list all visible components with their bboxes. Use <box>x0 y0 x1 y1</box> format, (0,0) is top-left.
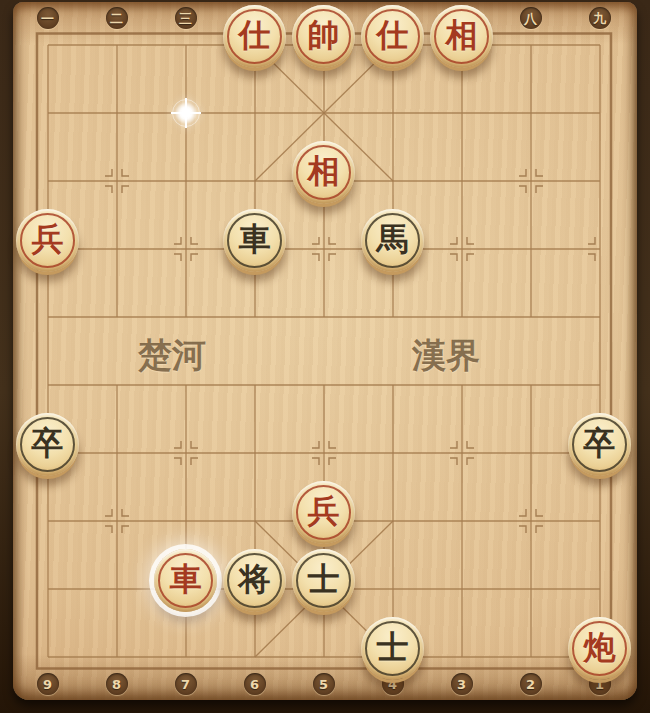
piece-black-soldier[interactable]: 卒 <box>568 413 631 476</box>
piece-red-chariot[interactable]: 車 <box>154 549 217 612</box>
piece-glyph: 卒 <box>584 427 616 459</box>
piece-black-advisor[interactable]: 士 <box>292 549 355 612</box>
piece-glyph: 車 <box>170 563 202 595</box>
move-origin-sparkle-icon <box>167 94 205 132</box>
xiangqi-app: 一二三四五六七八九 楚河 漢界 仕帥仕相相兵車馬卒卒兵車将士士炮 9876543… <box>0 0 650 713</box>
piece-glyph: 仕 <box>377 19 409 51</box>
piece-black-chariot[interactable]: 車 <box>223 209 286 272</box>
piece-glyph: 車 <box>239 223 271 255</box>
piece-glyph: 帥 <box>308 19 340 51</box>
piece-glyph: 兵 <box>308 495 340 527</box>
piece-glyph: 馬 <box>377 223 409 255</box>
piece-red-cannon[interactable]: 炮 <box>568 617 631 680</box>
piece-black-soldier[interactable]: 卒 <box>16 413 79 476</box>
piece-glyph: 将 <box>239 563 271 595</box>
piece-glyph: 相 <box>308 155 340 187</box>
piece-glyph: 相 <box>446 19 478 51</box>
piece-red-advisor[interactable]: 仕 <box>223 5 286 68</box>
piece-glyph: 仕 <box>239 19 271 51</box>
piece-glyph: 士 <box>308 563 340 595</box>
piece-red-advisor[interactable]: 仕 <box>361 5 424 68</box>
piece-red-soldier[interactable]: 兵 <box>292 481 355 544</box>
piece-black-horse[interactable]: 馬 <box>361 209 424 272</box>
piece-glyph: 士 <box>377 631 409 663</box>
piece-glyph: 兵 <box>32 223 64 255</box>
piece-black-general[interactable]: 将 <box>223 549 286 612</box>
board-grid[interactable]: 仕帥仕相相兵車馬卒卒兵車将士士炮 <box>13 11 634 691</box>
piece-black-advisor[interactable]: 士 <box>361 617 424 680</box>
piece-red-elephant[interactable]: 相 <box>430 5 493 68</box>
piece-red-soldier[interactable]: 兵 <box>16 209 79 272</box>
piece-glyph: 炮 <box>584 631 616 663</box>
piece-red-elephant[interactable]: 相 <box>292 141 355 204</box>
piece-red-general[interactable]: 帥 <box>292 5 355 68</box>
piece-glyph: 卒 <box>32 427 64 459</box>
